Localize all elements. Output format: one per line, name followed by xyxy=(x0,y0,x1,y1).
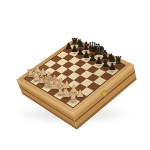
piece-white-rook: ♜ xyxy=(62,92,84,103)
pieces-layer: ♜♞♝♛♚♝♞♜♟♟♟♟♟♟♟♟♟♟♟♟♟♟♟♟♜♞♝♛♚♝♞♜ xyxy=(0,0,150,150)
piece-black-pawn: ♟ xyxy=(101,62,123,72)
